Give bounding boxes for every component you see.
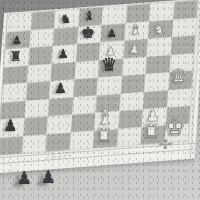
chessboard-photo: chess ✣ ♞♝♟♚♟♝♞♜♟♟♟♛♟♛♟♝♟♜♜♚ ♟♟ <box>0 0 200 200</box>
captured-piece-black-pawn[interactable]: ♟ <box>41 169 56 186</box>
captured-piece-black-pawn[interactable]: ♟ <box>17 170 32 187</box>
captured-pieces-tray: ♟♟ <box>0 0 200 200</box>
